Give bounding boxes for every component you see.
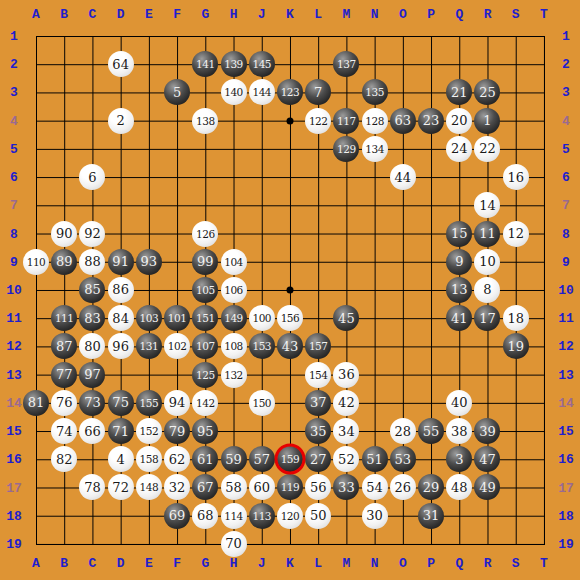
board-intersections[interactable]: 6414113914513751401441237135212521381221… bbox=[22, 22, 558, 558]
intersection-F4[interactable] bbox=[163, 107, 191, 135]
intersection-C2[interactable] bbox=[78, 50, 106, 78]
intersection-M8[interactable] bbox=[332, 219, 360, 247]
intersection-F12[interactable]: 102 bbox=[163, 332, 191, 360]
intersection-G17[interactable]: 67 bbox=[191, 473, 219, 501]
intersection-J3[interactable]: 144 bbox=[248, 78, 276, 106]
intersection-M5[interactable]: 129 bbox=[332, 135, 360, 163]
intersection-D1[interactable] bbox=[107, 22, 135, 50]
intersection-C1[interactable] bbox=[78, 22, 106, 50]
intersection-L17[interactable]: 56 bbox=[304, 473, 332, 501]
intersection-F7[interactable] bbox=[163, 191, 191, 219]
intersection-G8[interactable]: 126 bbox=[191, 219, 219, 247]
intersection-P6[interactable] bbox=[417, 163, 445, 191]
intersection-A6[interactable] bbox=[22, 163, 50, 191]
intersection-Q4[interactable]: 20 bbox=[445, 107, 473, 135]
intersection-A12[interactable] bbox=[22, 332, 50, 360]
intersection-P15[interactable]: 55 bbox=[417, 417, 445, 445]
intersection-O18[interactable] bbox=[389, 502, 417, 530]
intersection-Q17[interactable]: 48 bbox=[445, 473, 473, 501]
intersection-N17[interactable]: 54 bbox=[361, 473, 389, 501]
intersection-A10[interactable] bbox=[22, 276, 50, 304]
intersection-D9[interactable]: 91 bbox=[107, 248, 135, 276]
intersection-A15[interactable] bbox=[22, 417, 50, 445]
intersection-P5[interactable] bbox=[417, 135, 445, 163]
intersection-A2[interactable] bbox=[22, 50, 50, 78]
intersection-C10[interactable]: 85 bbox=[78, 276, 106, 304]
intersection-C11[interactable]: 83 bbox=[78, 304, 106, 332]
intersection-Q8[interactable]: 15 bbox=[445, 219, 473, 247]
intersection-P11[interactable] bbox=[417, 304, 445, 332]
intersection-D19[interactable] bbox=[107, 530, 135, 558]
intersection-R1[interactable] bbox=[473, 22, 501, 50]
intersection-L12[interactable]: 157 bbox=[304, 332, 332, 360]
intersection-E5[interactable] bbox=[135, 135, 163, 163]
intersection-H10[interactable]: 106 bbox=[219, 276, 247, 304]
intersection-Q13[interactable] bbox=[445, 361, 473, 389]
intersection-F19[interactable] bbox=[163, 530, 191, 558]
intersection-S4[interactable] bbox=[502, 107, 530, 135]
intersection-C13[interactable]: 97 bbox=[78, 361, 106, 389]
intersection-K13[interactable] bbox=[276, 361, 304, 389]
intersection-J5[interactable] bbox=[248, 135, 276, 163]
intersection-K18[interactable]: 120 bbox=[276, 502, 304, 530]
intersection-F9[interactable] bbox=[163, 248, 191, 276]
intersection-O9[interactable] bbox=[389, 248, 417, 276]
intersection-P10[interactable] bbox=[417, 276, 445, 304]
intersection-H18[interactable]: 114 bbox=[219, 502, 247, 530]
intersection-B15[interactable]: 74 bbox=[50, 417, 78, 445]
intersection-Q7[interactable] bbox=[445, 191, 473, 219]
intersection-K1[interactable] bbox=[276, 22, 304, 50]
intersection-S15[interactable] bbox=[502, 417, 530, 445]
intersection-S6[interactable]: 16 bbox=[502, 163, 530, 191]
intersection-P18[interactable]: 31 bbox=[417, 502, 445, 530]
intersection-C8[interactable]: 92 bbox=[78, 219, 106, 247]
intersection-O2[interactable] bbox=[389, 50, 417, 78]
intersection-D13[interactable] bbox=[107, 361, 135, 389]
intersection-F5[interactable] bbox=[163, 135, 191, 163]
intersection-M7[interactable] bbox=[332, 191, 360, 219]
intersection-T18[interactable] bbox=[530, 502, 558, 530]
intersection-B16[interactable]: 82 bbox=[50, 445, 78, 473]
intersection-R4[interactable]: 1 bbox=[473, 107, 501, 135]
intersection-T2[interactable] bbox=[530, 50, 558, 78]
intersection-F8[interactable] bbox=[163, 219, 191, 247]
intersection-G6[interactable] bbox=[191, 163, 219, 191]
intersection-P16[interactable] bbox=[417, 445, 445, 473]
intersection-R3[interactable]: 25 bbox=[473, 78, 501, 106]
intersection-H1[interactable] bbox=[219, 22, 247, 50]
intersection-F14[interactable]: 94 bbox=[163, 389, 191, 417]
intersection-O8[interactable] bbox=[389, 219, 417, 247]
intersection-A17[interactable] bbox=[22, 473, 50, 501]
intersection-R9[interactable]: 10 bbox=[473, 248, 501, 276]
intersection-L15[interactable]: 35 bbox=[304, 417, 332, 445]
intersection-M11[interactable]: 45 bbox=[332, 304, 360, 332]
intersection-R18[interactable] bbox=[473, 502, 501, 530]
intersection-S5[interactable] bbox=[502, 135, 530, 163]
intersection-R7[interactable]: 14 bbox=[473, 191, 501, 219]
intersection-R15[interactable]: 39 bbox=[473, 417, 501, 445]
intersection-S3[interactable] bbox=[502, 78, 530, 106]
intersection-K4[interactable] bbox=[276, 107, 304, 135]
intersection-N14[interactable] bbox=[361, 389, 389, 417]
intersection-S2[interactable] bbox=[502, 50, 530, 78]
intersection-N3[interactable]: 135 bbox=[361, 78, 389, 106]
intersection-O12[interactable] bbox=[389, 332, 417, 360]
intersection-T1[interactable] bbox=[530, 22, 558, 50]
intersection-E1[interactable] bbox=[135, 22, 163, 50]
intersection-F17[interactable]: 32 bbox=[163, 473, 191, 501]
intersection-T4[interactable] bbox=[530, 107, 558, 135]
intersection-K8[interactable] bbox=[276, 219, 304, 247]
intersection-O6[interactable]: 44 bbox=[389, 163, 417, 191]
intersection-E15[interactable]: 152 bbox=[135, 417, 163, 445]
intersection-M4[interactable]: 117 bbox=[332, 107, 360, 135]
intersection-D6[interactable] bbox=[107, 163, 135, 191]
intersection-G19[interactable] bbox=[191, 530, 219, 558]
intersection-J4[interactable] bbox=[248, 107, 276, 135]
intersection-A9[interactable]: 110 bbox=[22, 248, 50, 276]
intersection-H19[interactable]: 70 bbox=[219, 530, 247, 558]
intersection-P3[interactable] bbox=[417, 78, 445, 106]
intersection-H6[interactable] bbox=[219, 163, 247, 191]
intersection-J1[interactable] bbox=[248, 22, 276, 50]
intersection-L7[interactable] bbox=[304, 191, 332, 219]
intersection-J14[interactable]: 150 bbox=[248, 389, 276, 417]
intersection-Q15[interactable]: 38 bbox=[445, 417, 473, 445]
intersection-N8[interactable] bbox=[361, 219, 389, 247]
intersection-N7[interactable] bbox=[361, 191, 389, 219]
intersection-T13[interactable] bbox=[530, 361, 558, 389]
intersection-J16[interactable]: 57 bbox=[248, 445, 276, 473]
intersection-K19[interactable] bbox=[276, 530, 304, 558]
intersection-H14[interactable] bbox=[219, 389, 247, 417]
intersection-G3[interactable] bbox=[191, 78, 219, 106]
intersection-T5[interactable] bbox=[530, 135, 558, 163]
intersection-S12[interactable]: 19 bbox=[502, 332, 530, 360]
intersection-B7[interactable] bbox=[50, 191, 78, 219]
intersection-B3[interactable] bbox=[50, 78, 78, 106]
intersection-A7[interactable] bbox=[22, 191, 50, 219]
intersection-Q9[interactable]: 9 bbox=[445, 248, 473, 276]
intersection-G9[interactable]: 99 bbox=[191, 248, 219, 276]
intersection-J10[interactable] bbox=[248, 276, 276, 304]
intersection-M12[interactable] bbox=[332, 332, 360, 360]
intersection-O5[interactable] bbox=[389, 135, 417, 163]
intersection-L3[interactable]: 7 bbox=[304, 78, 332, 106]
intersection-G7[interactable] bbox=[191, 191, 219, 219]
intersection-D10[interactable]: 86 bbox=[107, 276, 135, 304]
intersection-B1[interactable] bbox=[50, 22, 78, 50]
intersection-B9[interactable]: 89 bbox=[50, 248, 78, 276]
intersection-D16[interactable]: 4 bbox=[107, 445, 135, 473]
intersection-A8[interactable] bbox=[22, 219, 50, 247]
intersection-F18[interactable]: 69 bbox=[163, 502, 191, 530]
intersection-O17[interactable]: 26 bbox=[389, 473, 417, 501]
intersection-O19[interactable] bbox=[389, 530, 417, 558]
intersection-M17[interactable]: 33 bbox=[332, 473, 360, 501]
intersection-K15[interactable] bbox=[276, 417, 304, 445]
intersection-N19[interactable] bbox=[361, 530, 389, 558]
intersection-O11[interactable] bbox=[389, 304, 417, 332]
intersection-L4[interactable]: 122 bbox=[304, 107, 332, 135]
intersection-L1[interactable] bbox=[304, 22, 332, 50]
intersection-Q10[interactable]: 13 bbox=[445, 276, 473, 304]
intersection-J8[interactable] bbox=[248, 219, 276, 247]
intersection-D17[interactable]: 72 bbox=[107, 473, 135, 501]
intersection-L16[interactable]: 27 bbox=[304, 445, 332, 473]
intersection-C5[interactable] bbox=[78, 135, 106, 163]
intersection-H7[interactable] bbox=[219, 191, 247, 219]
intersection-K11[interactable]: 156 bbox=[276, 304, 304, 332]
intersection-S17[interactable] bbox=[502, 473, 530, 501]
intersection-F16[interactable]: 62 bbox=[163, 445, 191, 473]
intersection-G18[interactable]: 68 bbox=[191, 502, 219, 530]
intersection-O3[interactable] bbox=[389, 78, 417, 106]
intersection-O1[interactable] bbox=[389, 22, 417, 50]
intersection-D12[interactable]: 96 bbox=[107, 332, 135, 360]
intersection-N4[interactable]: 128 bbox=[361, 107, 389, 135]
intersection-H16[interactable]: 59 bbox=[219, 445, 247, 473]
intersection-B4[interactable] bbox=[50, 107, 78, 135]
intersection-E9[interactable]: 93 bbox=[135, 248, 163, 276]
intersection-C6[interactable]: 6 bbox=[78, 163, 106, 191]
intersection-T17[interactable] bbox=[530, 473, 558, 501]
intersection-O4[interactable]: 63 bbox=[389, 107, 417, 135]
intersection-N10[interactable] bbox=[361, 276, 389, 304]
intersection-G13[interactable]: 125 bbox=[191, 361, 219, 389]
intersection-D14[interactable]: 75 bbox=[107, 389, 135, 417]
intersection-D5[interactable] bbox=[107, 135, 135, 163]
intersection-G11[interactable]: 151 bbox=[191, 304, 219, 332]
intersection-Q6[interactable] bbox=[445, 163, 473, 191]
intersection-A13[interactable] bbox=[22, 361, 50, 389]
intersection-A16[interactable] bbox=[22, 445, 50, 473]
intersection-P8[interactable] bbox=[417, 219, 445, 247]
intersection-C17[interactable]: 78 bbox=[78, 473, 106, 501]
intersection-R14[interactable] bbox=[473, 389, 501, 417]
intersection-M18[interactable] bbox=[332, 502, 360, 530]
intersection-A1[interactable] bbox=[22, 22, 50, 50]
intersection-R10[interactable]: 8 bbox=[473, 276, 501, 304]
intersection-N1[interactable] bbox=[361, 22, 389, 50]
intersection-T19[interactable] bbox=[530, 530, 558, 558]
intersection-S19[interactable] bbox=[502, 530, 530, 558]
intersection-J15[interactable] bbox=[248, 417, 276, 445]
intersection-A11[interactable] bbox=[22, 304, 50, 332]
intersection-Q14[interactable]: 40 bbox=[445, 389, 473, 417]
intersection-M6[interactable] bbox=[332, 163, 360, 191]
intersection-T3[interactable] bbox=[530, 78, 558, 106]
intersection-O15[interactable]: 28 bbox=[389, 417, 417, 445]
intersection-D8[interactable] bbox=[107, 219, 135, 247]
intersection-E2[interactable] bbox=[135, 50, 163, 78]
intersection-B12[interactable]: 87 bbox=[50, 332, 78, 360]
intersection-R5[interactable]: 22 bbox=[473, 135, 501, 163]
intersection-M13[interactable]: 36 bbox=[332, 361, 360, 389]
intersection-P17[interactable]: 29 bbox=[417, 473, 445, 501]
intersection-K12[interactable]: 43 bbox=[276, 332, 304, 360]
intersection-P12[interactable] bbox=[417, 332, 445, 360]
intersection-E6[interactable] bbox=[135, 163, 163, 191]
intersection-A18[interactable] bbox=[22, 502, 50, 530]
intersection-J6[interactable] bbox=[248, 163, 276, 191]
intersection-L2[interactable] bbox=[304, 50, 332, 78]
intersection-G15[interactable]: 95 bbox=[191, 417, 219, 445]
intersection-B19[interactable] bbox=[50, 530, 78, 558]
intersection-A4[interactable] bbox=[22, 107, 50, 135]
intersection-O16[interactable]: 53 bbox=[389, 445, 417, 473]
intersection-D4[interactable]: 2 bbox=[107, 107, 135, 135]
intersection-R2[interactable] bbox=[473, 50, 501, 78]
intersection-C18[interactable] bbox=[78, 502, 106, 530]
intersection-S11[interactable]: 18 bbox=[502, 304, 530, 332]
intersection-K10[interactable] bbox=[276, 276, 304, 304]
intersection-E8[interactable] bbox=[135, 219, 163, 247]
intersection-H17[interactable]: 58 bbox=[219, 473, 247, 501]
intersection-H4[interactable] bbox=[219, 107, 247, 135]
intersection-D2[interactable]: 64 bbox=[107, 50, 135, 78]
intersection-D15[interactable]: 71 bbox=[107, 417, 135, 445]
intersection-N2[interactable] bbox=[361, 50, 389, 78]
intersection-D3[interactable] bbox=[107, 78, 135, 106]
intersection-B13[interactable]: 77 bbox=[50, 361, 78, 389]
intersection-G16[interactable]: 61 bbox=[191, 445, 219, 473]
intersection-K7[interactable] bbox=[276, 191, 304, 219]
intersection-E12[interactable]: 131 bbox=[135, 332, 163, 360]
intersection-T10[interactable] bbox=[530, 276, 558, 304]
intersection-C4[interactable] bbox=[78, 107, 106, 135]
intersection-R6[interactable] bbox=[473, 163, 501, 191]
intersection-R8[interactable]: 11 bbox=[473, 219, 501, 247]
intersection-L19[interactable] bbox=[304, 530, 332, 558]
intersection-G1[interactable] bbox=[191, 22, 219, 50]
intersection-N16[interactable]: 51 bbox=[361, 445, 389, 473]
intersection-Q2[interactable] bbox=[445, 50, 473, 78]
intersection-G5[interactable] bbox=[191, 135, 219, 163]
intersection-G10[interactable]: 105 bbox=[191, 276, 219, 304]
intersection-C14[interactable]: 73 bbox=[78, 389, 106, 417]
intersection-N13[interactable] bbox=[361, 361, 389, 389]
intersection-J11[interactable]: 100 bbox=[248, 304, 276, 332]
intersection-K2[interactable] bbox=[276, 50, 304, 78]
intersection-M10[interactable] bbox=[332, 276, 360, 304]
intersection-E7[interactable] bbox=[135, 191, 163, 219]
intersection-N12[interactable] bbox=[361, 332, 389, 360]
intersection-F2[interactable] bbox=[163, 50, 191, 78]
intersection-K6[interactable] bbox=[276, 163, 304, 191]
intersection-B10[interactable] bbox=[50, 276, 78, 304]
intersection-E19[interactable] bbox=[135, 530, 163, 558]
intersection-M3[interactable] bbox=[332, 78, 360, 106]
intersection-T12[interactable] bbox=[530, 332, 558, 360]
intersection-B14[interactable]: 76 bbox=[50, 389, 78, 417]
intersection-R17[interactable]: 49 bbox=[473, 473, 501, 501]
intersection-T7[interactable] bbox=[530, 191, 558, 219]
intersection-P14[interactable] bbox=[417, 389, 445, 417]
intersection-R13[interactable] bbox=[473, 361, 501, 389]
intersection-E17[interactable]: 148 bbox=[135, 473, 163, 501]
intersection-N6[interactable] bbox=[361, 163, 389, 191]
intersection-E10[interactable] bbox=[135, 276, 163, 304]
intersection-D7[interactable] bbox=[107, 191, 135, 219]
intersection-H13[interactable]: 132 bbox=[219, 361, 247, 389]
intersection-R19[interactable] bbox=[473, 530, 501, 558]
intersection-S14[interactable] bbox=[502, 389, 530, 417]
intersection-B8[interactable]: 90 bbox=[50, 219, 78, 247]
intersection-O13[interactable] bbox=[389, 361, 417, 389]
intersection-D11[interactable]: 84 bbox=[107, 304, 135, 332]
intersection-Q12[interactable] bbox=[445, 332, 473, 360]
intersection-G14[interactable]: 142 bbox=[191, 389, 219, 417]
intersection-L18[interactable]: 50 bbox=[304, 502, 332, 530]
intersection-L13[interactable]: 154 bbox=[304, 361, 332, 389]
intersection-M19[interactable] bbox=[332, 530, 360, 558]
intersection-L11[interactable] bbox=[304, 304, 332, 332]
intersection-F11[interactable]: 101 bbox=[163, 304, 191, 332]
intersection-C12[interactable]: 80 bbox=[78, 332, 106, 360]
intersection-H5[interactable] bbox=[219, 135, 247, 163]
intersection-E3[interactable] bbox=[135, 78, 163, 106]
intersection-J19[interactable] bbox=[248, 530, 276, 558]
intersection-P13[interactable] bbox=[417, 361, 445, 389]
intersection-R16[interactable]: 47 bbox=[473, 445, 501, 473]
intersection-B2[interactable] bbox=[50, 50, 78, 78]
intersection-K5[interactable] bbox=[276, 135, 304, 163]
intersection-S8[interactable]: 12 bbox=[502, 219, 530, 247]
intersection-T14[interactable] bbox=[530, 389, 558, 417]
intersection-P2[interactable] bbox=[417, 50, 445, 78]
intersection-B11[interactable]: 111 bbox=[50, 304, 78, 332]
intersection-S1[interactable] bbox=[502, 22, 530, 50]
intersection-E14[interactable]: 155 bbox=[135, 389, 163, 417]
intersection-T11[interactable] bbox=[530, 304, 558, 332]
intersection-S9[interactable] bbox=[502, 248, 530, 276]
intersection-C16[interactable] bbox=[78, 445, 106, 473]
intersection-L10[interactable] bbox=[304, 276, 332, 304]
intersection-E18[interactable] bbox=[135, 502, 163, 530]
intersection-K16[interactable]: 159 bbox=[276, 445, 304, 473]
intersection-Q1[interactable] bbox=[445, 22, 473, 50]
intersection-H9[interactable]: 104 bbox=[219, 248, 247, 276]
intersection-A19[interactable] bbox=[22, 530, 50, 558]
intersection-P4[interactable]: 23 bbox=[417, 107, 445, 135]
intersection-L9[interactable] bbox=[304, 248, 332, 276]
intersection-T6[interactable] bbox=[530, 163, 558, 191]
intersection-B18[interactable] bbox=[50, 502, 78, 530]
intersection-M14[interactable]: 42 bbox=[332, 389, 360, 417]
intersection-M15[interactable]: 34 bbox=[332, 417, 360, 445]
intersection-B6[interactable] bbox=[50, 163, 78, 191]
intersection-F6[interactable] bbox=[163, 163, 191, 191]
intersection-M2[interactable]: 137 bbox=[332, 50, 360, 78]
intersection-H2[interactable]: 139 bbox=[219, 50, 247, 78]
intersection-Q3[interactable]: 21 bbox=[445, 78, 473, 106]
intersection-G12[interactable]: 107 bbox=[191, 332, 219, 360]
intersection-M16[interactable]: 52 bbox=[332, 445, 360, 473]
intersection-K17[interactable]: 119 bbox=[276, 473, 304, 501]
intersection-P19[interactable] bbox=[417, 530, 445, 558]
intersection-C7[interactable] bbox=[78, 191, 106, 219]
intersection-G2[interactable]: 141 bbox=[191, 50, 219, 78]
intersection-E11[interactable]: 103 bbox=[135, 304, 163, 332]
intersection-J18[interactable]: 113 bbox=[248, 502, 276, 530]
intersection-A3[interactable] bbox=[22, 78, 50, 106]
intersection-H8[interactable] bbox=[219, 219, 247, 247]
intersection-T16[interactable] bbox=[530, 445, 558, 473]
intersection-F10[interactable] bbox=[163, 276, 191, 304]
